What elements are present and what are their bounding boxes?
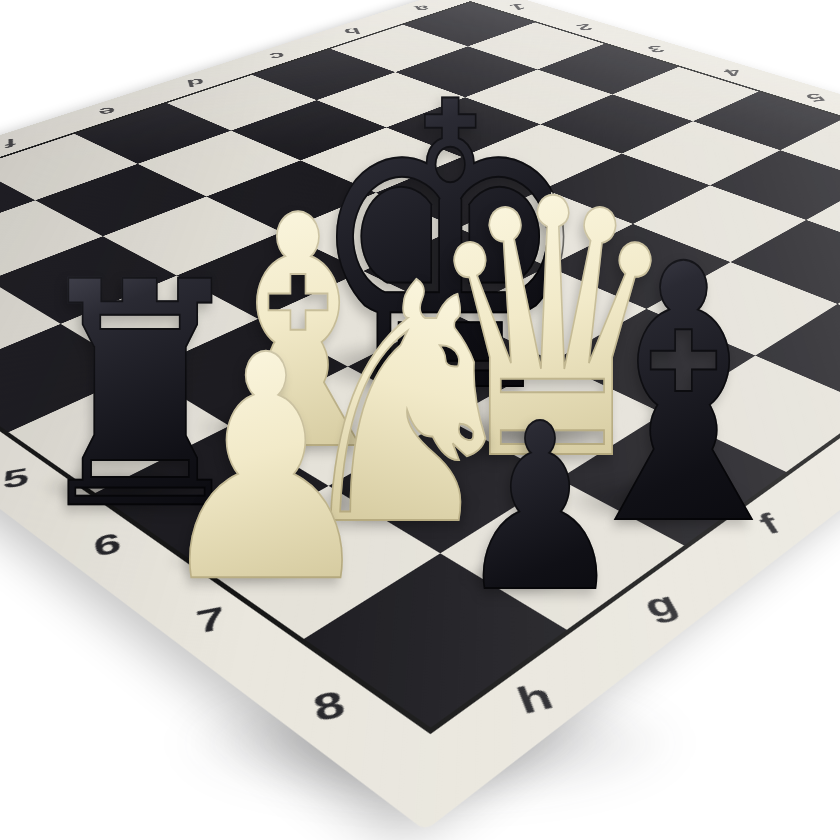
near-file-label-g: g	[636, 585, 684, 626]
far-rank-label-1: 1	[507, 2, 528, 12]
near-rank-label-5: 5	[2, 463, 28, 495]
far-rank-label-5: 5	[801, 91, 829, 104]
far-file-label-b: b	[342, 26, 363, 37]
near-rank-label-7: 7	[193, 600, 228, 642]
far-rank-label-4: 4	[720, 66, 746, 79]
vinyl-chess-mat: 1122334455667788aabbccddeeffgghh	[0, 0, 840, 831]
far-file-label-c: c	[267, 50, 286, 62]
near-rank-label-6: 6	[92, 527, 122, 564]
far-rank-label-2: 2	[573, 22, 596, 33]
near-file-label-h: h	[510, 675, 558, 723]
scene-3d: 1122334455667788aabbccddeeffgghh	[0, 0, 840, 840]
far-rank-label-3: 3	[644, 43, 668, 55]
far-file-label-d: d	[185, 76, 206, 89]
photo-frame: 1122334455667788aabbccddeeffgghh ♝♟♛♞♟♚♝…	[0, 0, 840, 840]
chess-board	[0, 3, 840, 728]
far-file-label-f: f	[5, 136, 16, 150]
far-file-label-e: e	[97, 105, 116, 119]
far-file-label-a: a	[412, 4, 432, 14]
near-rank-label-8: 8	[308, 683, 348, 731]
near-file-label-f: f	[751, 508, 786, 541]
